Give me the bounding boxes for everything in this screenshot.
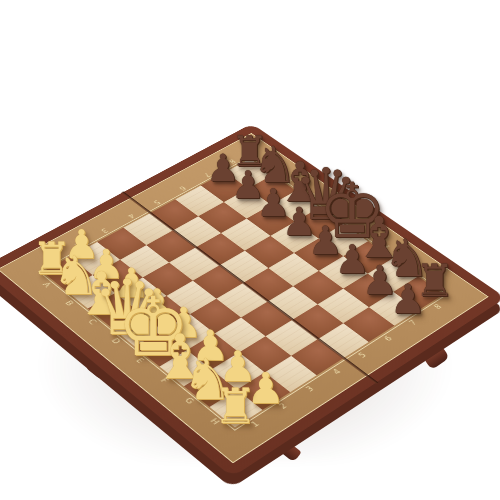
board-tilt-group: ABCDEFGH ABCDEFGH 87654321 87654321 (0, 0, 500, 500)
chess-board: ABCDEFGH ABCDEFGH 87654321 87654321 (0, 124, 500, 478)
board-frame: ABCDEFGH ABCDEFGH 87654321 87654321 (0, 133, 489, 463)
chess-set-photo: ABCDEFGH ABCDEFGH 87654321 87654321 ♜♞♝♛… (0, 0, 500, 500)
